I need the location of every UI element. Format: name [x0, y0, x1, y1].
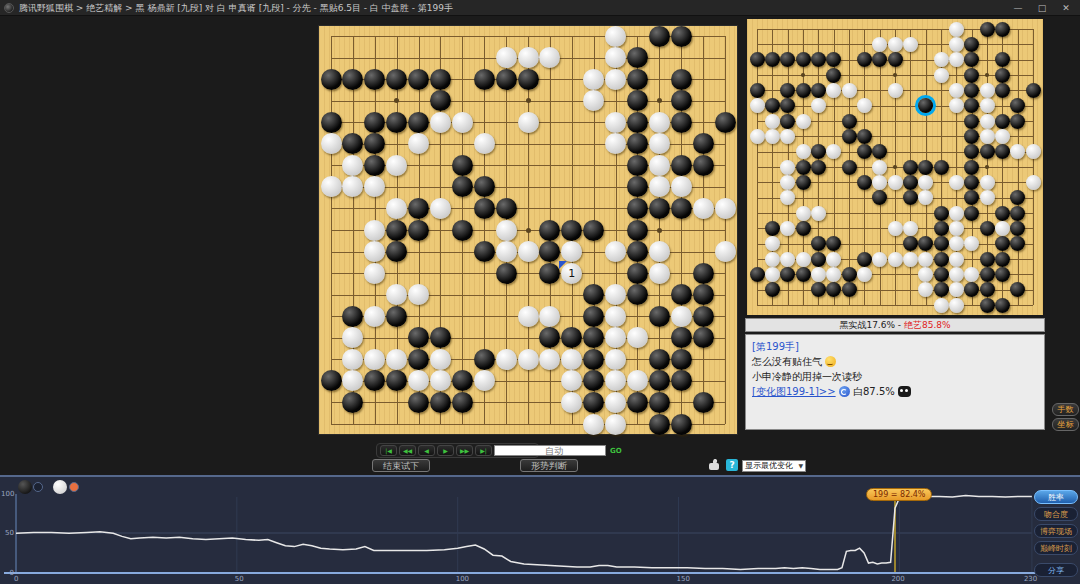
- stone-black: [980, 144, 995, 159]
- stone-white: [518, 349, 539, 370]
- stone-white: [949, 267, 964, 282]
- stone-black: [474, 198, 495, 219]
- stone-black: [842, 129, 857, 144]
- stone-white: [496, 220, 517, 241]
- variation-link[interactable]: [变化图199-1]>>: [752, 386, 836, 397]
- stone-black: [671, 90, 692, 111]
- stone-white: [811, 98, 826, 113]
- stone-white: [872, 160, 887, 175]
- stone-black: [408, 349, 429, 370]
- stone-black: [693, 392, 714, 413]
- stone-white: [671, 306, 692, 327]
- stone-white: [980, 129, 995, 144]
- stone-black: [842, 114, 857, 129]
- stone-black: [765, 52, 780, 67]
- graph-tab-peak-moment-button[interactable]: 巅峰时刻: [1034, 541, 1078, 555]
- nav-forward10-button[interactable]: ▶▶: [456, 445, 473, 456]
- stone-black: [934, 236, 949, 251]
- stone-white: [539, 349, 560, 370]
- stone-black: [627, 392, 648, 413]
- stone-black: [1010, 190, 1025, 205]
- last-move-triangle-icon: [559, 261, 567, 269]
- stone-white: [796, 252, 811, 267]
- stone-white: [964, 267, 979, 282]
- stone-white: [518, 241, 539, 262]
- stone-black: [1010, 206, 1025, 221]
- stone-black: [364, 69, 385, 90]
- stone-black: [671, 349, 692, 370]
- stone-black: [888, 52, 903, 67]
- stone-white: [796, 206, 811, 221]
- stone-black: [918, 98, 933, 113]
- stone-white: [949, 252, 964, 267]
- graph-tab-game-scene-button[interactable]: 博弈现场: [1034, 524, 1078, 538]
- stone-black: [934, 160, 949, 175]
- stone-white: [364, 176, 385, 197]
- stone-white: [934, 298, 949, 313]
- stone-black: [980, 282, 995, 297]
- stone-black: [496, 69, 517, 90]
- auto-play-label[interactable]: 自动: [545, 445, 563, 458]
- stone-black: [649, 370, 670, 391]
- stone-black: [750, 267, 765, 282]
- stone-white: [826, 252, 841, 267]
- stone-black: [995, 144, 1010, 159]
- share-button[interactable]: 分享: [1034, 563, 1078, 577]
- stone-black: [964, 83, 979, 98]
- stone-white: 1: [561, 263, 582, 284]
- stone-black: [1010, 98, 1025, 113]
- stone-black: [386, 370, 407, 391]
- stone-black: [780, 267, 795, 282]
- stone-black: [452, 220, 473, 241]
- stone-white: [872, 175, 887, 190]
- graph-tab-winrate-button[interactable]: 胜率: [1034, 490, 1078, 504]
- comment-line1: 怎么没有贴住气: [752, 354, 1038, 369]
- stone-white: [949, 22, 964, 37]
- stone-black: [321, 69, 342, 90]
- stone-white: [605, 69, 626, 90]
- stone-black: [796, 83, 811, 98]
- stone-white: [949, 98, 964, 113]
- stone-black: [903, 190, 918, 205]
- end-trial-button[interactable]: 结束试下: [372, 459, 430, 472]
- stone-white: [496, 349, 517, 370]
- stone-white: [474, 370, 495, 391]
- stone-white: [605, 370, 626, 391]
- stone-white: [518, 112, 539, 133]
- stone-black: [693, 306, 714, 327]
- stone-white: [430, 198, 451, 219]
- stone-black: [649, 198, 670, 219]
- stone-black: [452, 155, 473, 176]
- nav-forward-button[interactable]: ▶: [437, 445, 454, 456]
- stone-white: [964, 236, 979, 251]
- main-go-board[interactable]: 1: [318, 25, 738, 435]
- stone-white: [765, 114, 780, 129]
- stone-black: [671, 69, 692, 90]
- stone-black: [583, 392, 604, 413]
- stone-black: [386, 306, 407, 327]
- white-percentage: 白87.5%: [853, 386, 895, 397]
- stone-white: [430, 112, 451, 133]
- stone-black: [408, 69, 429, 90]
- app-logo-icon: [4, 3, 14, 13]
- stone-black: [671, 155, 692, 176]
- move-numbers-button[interactable]: 手数: [1052, 403, 1079, 416]
- x-axis-label: 200: [891, 575, 904, 583]
- x-axis-label: 0: [14, 575, 18, 583]
- stone-white: [496, 241, 517, 262]
- stone-white: [857, 267, 872, 282]
- stone-black: [671, 370, 692, 391]
- star-point: [985, 73, 989, 77]
- stone-black: [857, 175, 872, 190]
- stone-black: [980, 221, 995, 236]
- stone-white: [605, 414, 626, 435]
- stone-white: [408, 370, 429, 391]
- thumbs-up-icon[interactable]: [708, 459, 721, 471]
- nav-back10-button[interactable]: ◀◀: [399, 445, 416, 456]
- stone-black: [964, 37, 979, 52]
- stone-white: [1010, 144, 1025, 159]
- stone-black: [1026, 83, 1041, 98]
- stone-black: [408, 392, 429, 413]
- stone-white: [605, 47, 626, 68]
- stone-black: [627, 47, 648, 68]
- winrate-ai-text: 绝艺85.8%: [904, 320, 951, 330]
- stone-white: [430, 370, 451, 391]
- position-judge-button[interactable]: 形势判断: [520, 459, 578, 472]
- stone-black: [561, 220, 582, 241]
- x-axis-label: 230: [1024, 575, 1037, 583]
- stone-white: [903, 252, 918, 267]
- stone-white: [364, 306, 385, 327]
- stone-black: [780, 98, 795, 113]
- stone-black: [796, 52, 811, 67]
- stone-white: [452, 112, 473, 133]
- stone-white: [605, 26, 626, 47]
- stone-black: [872, 52, 887, 67]
- stone-black: [539, 220, 560, 241]
- star-point: [657, 228, 662, 233]
- stone-white: [888, 175, 903, 190]
- stone-black: [671, 327, 692, 348]
- stone-black: [671, 414, 692, 435]
- stone-black: [539, 327, 560, 348]
- stone-white: [842, 83, 857, 98]
- stone-white: [342, 370, 363, 391]
- stone-white: [949, 282, 964, 297]
- go-button[interactable]: GO: [608, 447, 624, 455]
- y-axis-label: 100: [1, 490, 14, 498]
- stone-white: [649, 241, 670, 262]
- stone-black: [750, 83, 765, 98]
- nav-last-button[interactable]: ▶|: [475, 445, 492, 456]
- stone-black: [364, 133, 385, 154]
- stone-black: [980, 267, 995, 282]
- comment-line2: 小申冷静的用掉一次读秒: [752, 369, 1038, 384]
- stone-white: [649, 155, 670, 176]
- stone-black: [452, 392, 473, 413]
- stone-black: [934, 282, 949, 297]
- stone-black: [408, 112, 429, 133]
- stone-black: [857, 129, 872, 144]
- variation-go-board[interactable]: [745, 17, 1045, 317]
- stone-black: [903, 160, 918, 175]
- stone-white: [918, 282, 933, 297]
- stone-black: [964, 144, 979, 159]
- stone-black: [364, 155, 385, 176]
- stone-black: [826, 68, 841, 83]
- stone-white: [949, 52, 964, 67]
- stone-black: [811, 83, 826, 98]
- stone-black: [826, 282, 841, 297]
- stone-black: [496, 198, 517, 219]
- stone-black: [386, 220, 407, 241]
- stone-white: [888, 221, 903, 236]
- move-tag: [第199手]: [752, 339, 1038, 354]
- stone-black: [918, 236, 933, 251]
- stone-black: [964, 98, 979, 113]
- stone-white: [980, 190, 995, 205]
- stone-black: [964, 160, 979, 175]
- stone-black: [649, 306, 670, 327]
- stone-white: [949, 37, 964, 52]
- stone-black: [964, 129, 979, 144]
- stone-white: [872, 252, 887, 267]
- stone-black: [386, 69, 407, 90]
- stone-black: [964, 68, 979, 83]
- stone-black: [627, 133, 648, 154]
- stone-black: [995, 206, 1010, 221]
- stone-black: [964, 190, 979, 205]
- stone-white: [796, 144, 811, 159]
- stone-white: [980, 83, 995, 98]
- stone-white: [605, 133, 626, 154]
- stone-white: [949, 206, 964, 221]
- stone-black: [452, 370, 473, 391]
- stone-black: [408, 198, 429, 219]
- stone-white: [903, 221, 918, 236]
- stone-white: [583, 414, 604, 435]
- stone-black: [386, 112, 407, 133]
- stone-black: [627, 241, 648, 262]
- stone-white: [539, 306, 560, 327]
- stone-black: [826, 52, 841, 67]
- laugh-emoji-icon: [825, 356, 836, 367]
- stone-black: [857, 252, 872, 267]
- stone-white: [715, 198, 736, 219]
- stone-white: [1026, 175, 1041, 190]
- stone-black: [964, 206, 979, 221]
- stone-black: [364, 112, 385, 133]
- stone-white: [561, 392, 582, 413]
- stone-white: [934, 52, 949, 67]
- star-point: [394, 98, 399, 103]
- stone-black: [750, 52, 765, 67]
- stone-black: [321, 370, 342, 391]
- stone-black: [964, 282, 979, 297]
- stone-white: [888, 83, 903, 98]
- stone-white: [386, 198, 407, 219]
- stone-white: [561, 349, 582, 370]
- stone-black: [583, 327, 604, 348]
- stone-black: [765, 221, 780, 236]
- grid-line: [331, 338, 725, 339]
- stone-black: [780, 83, 795, 98]
- ai-robot-icon: [898, 386, 911, 397]
- stone-black: [811, 236, 826, 251]
- stone-black: [811, 282, 826, 297]
- stone-black: [474, 349, 495, 370]
- coordinates-button[interactable]: 坐标: [1052, 418, 1079, 431]
- best-variation-dropdown[interactable]: 显示最优变化 ▼: [742, 460, 806, 472]
- stone-white: [811, 267, 826, 282]
- grid-line: [1033, 29, 1034, 305]
- stone-white: [430, 349, 451, 370]
- stone-white: [627, 370, 648, 391]
- x-axis-label: 50: [235, 575, 244, 583]
- stone-black: [1010, 114, 1025, 129]
- stone-black: [995, 83, 1010, 98]
- stone-white: [605, 306, 626, 327]
- stone-black: [693, 263, 714, 284]
- stone-white: [649, 176, 670, 197]
- move-navigation-bar: |◀◀◀◀▶▶▶▶|GO: [376, 443, 539, 458]
- stone-black: [796, 267, 811, 282]
- stone-white: [627, 327, 648, 348]
- stone-white: [583, 69, 604, 90]
- stone-black: [364, 370, 385, 391]
- stone-white: [918, 190, 933, 205]
- stone-white: [780, 175, 795, 190]
- stone-white: [780, 129, 795, 144]
- stone-black: [649, 26, 670, 47]
- stone-white: [518, 306, 539, 327]
- stone-black: [842, 160, 857, 175]
- star-point: [893, 165, 897, 169]
- star-point: [801, 73, 805, 77]
- stone-white: [826, 83, 841, 98]
- stone-white: [649, 133, 670, 154]
- stone-white: [671, 176, 692, 197]
- stone-black: [995, 114, 1010, 129]
- stone-white: [995, 221, 1010, 236]
- chevron-down-icon: ▼: [798, 461, 803, 471]
- maximize-button[interactable]: □: [1030, 0, 1054, 16]
- winrate-black-text: 黑实战17.6%: [839, 320, 895, 330]
- stone-black: [693, 284, 714, 305]
- stone-white: [364, 241, 385, 262]
- stone-white: [408, 133, 429, 154]
- stone-white: [980, 175, 995, 190]
- stone-black: [649, 392, 670, 413]
- stone-white: [995, 129, 1010, 144]
- stone-black: [627, 112, 648, 133]
- stone-white: [765, 129, 780, 144]
- stone-white: [765, 252, 780, 267]
- stone-white: [605, 112, 626, 133]
- stone-white: [605, 241, 626, 262]
- stone-black: [583, 284, 604, 305]
- stone-black: [796, 175, 811, 190]
- stone-black: [765, 98, 780, 113]
- stone-white: [949, 236, 964, 251]
- stone-white: [780, 252, 795, 267]
- stone-white: [605, 327, 626, 348]
- stone-black: [649, 414, 670, 435]
- stone-black: [693, 133, 714, 154]
- stone-black: [796, 221, 811, 236]
- minimize-button[interactable]: —: [1006, 0, 1030, 16]
- stone-white: [765, 267, 780, 282]
- stone-white: [364, 349, 385, 370]
- stone-white: [826, 267, 841, 282]
- stone-white: [693, 198, 714, 219]
- stone-black: [452, 176, 473, 197]
- stone-white: [750, 129, 765, 144]
- stone-white: [780, 221, 795, 236]
- stone-black: [1010, 221, 1025, 236]
- stone-black: [430, 327, 451, 348]
- stone-black: [765, 282, 780, 297]
- help-icon[interactable]: ?: [726, 459, 738, 471]
- stone-black: [627, 176, 648, 197]
- nav-back-button[interactable]: ◀: [418, 445, 435, 456]
- stone-white: [342, 176, 363, 197]
- stone-black: [826, 236, 841, 251]
- stone-white: [583, 90, 604, 111]
- comment-panel: [第199手] 怎么没有贴住气 小申冷静的用掉一次读秒 [变化图199-1]>>…: [745, 334, 1045, 430]
- stone-black: [583, 220, 604, 241]
- variation-icon[interactable]: [839, 386, 850, 397]
- stone-white: [561, 241, 582, 262]
- stone-black: [903, 236, 918, 251]
- stone-black: [627, 284, 648, 305]
- stone-black: [964, 175, 979, 190]
- stone-white: [386, 284, 407, 305]
- stone-white: [342, 155, 363, 176]
- stone-white: [342, 349, 363, 370]
- stone-white: [539, 47, 560, 68]
- stone-black: [474, 176, 495, 197]
- stone-black: [627, 155, 648, 176]
- stone-white: [796, 114, 811, 129]
- stone-white: [980, 114, 995, 129]
- stone-white: [342, 327, 363, 348]
- stone-black: [496, 263, 517, 284]
- stone-black: [980, 298, 995, 313]
- nav-first-button[interactable]: |◀: [380, 445, 397, 456]
- stone-black: [627, 90, 648, 111]
- stone-black: [872, 190, 887, 205]
- close-button[interactable]: ✕: [1054, 0, 1078, 16]
- graph-tab-match-rate-button[interactable]: 吻合度: [1034, 507, 1078, 521]
- stone-black: [995, 68, 1010, 83]
- stone-white: [518, 47, 539, 68]
- stone-black: [995, 267, 1010, 282]
- stone-white: [561, 370, 582, 391]
- stone-white: [496, 47, 517, 68]
- stone-black: [321, 112, 342, 133]
- stone-black: [671, 112, 692, 133]
- stone-black: [342, 392, 363, 413]
- stone-white: [649, 112, 670, 133]
- stone-white: [321, 176, 342, 197]
- stone-white: [605, 349, 626, 370]
- star-point: [526, 228, 531, 233]
